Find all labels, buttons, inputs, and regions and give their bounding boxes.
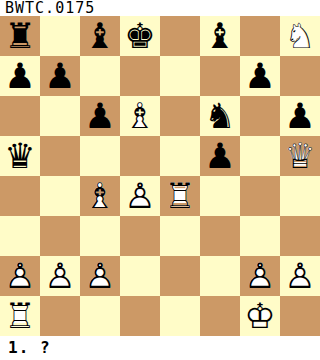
square-c2[interactable]: ♟♙ [80, 256, 120, 296]
piece-white-pawn: ♙ [240, 256, 280, 296]
square-d3[interactable] [120, 216, 160, 256]
square-e4[interactable]: ♜♖ [160, 176, 200, 216]
square-d2[interactable] [120, 256, 160, 296]
piece-white-pawn: ♙ [0, 256, 40, 296]
square-d1[interactable] [120, 296, 160, 336]
piece-black-queen: ♛ [0, 136, 40, 176]
piece-white-pawn-fill: ♟ [240, 256, 280, 296]
square-a6[interactable] [0, 96, 40, 136]
square-d4[interactable]: ♟♙ [120, 176, 160, 216]
square-e6[interactable] [160, 96, 200, 136]
square-a4[interactable] [0, 176, 40, 216]
piece-white-pawn: ♙ [40, 256, 80, 296]
square-c3[interactable] [80, 216, 120, 256]
piece-white-pawn-fill: ♟ [80, 256, 120, 296]
square-b8[interactable] [40, 16, 80, 56]
square-b6[interactable] [40, 96, 80, 136]
square-e3[interactable] [160, 216, 200, 256]
square-h6[interactable]: ♟ [280, 96, 320, 136]
square-a8[interactable]: ♜ [0, 16, 40, 56]
square-h1[interactable] [280, 296, 320, 336]
square-g7[interactable]: ♟ [240, 56, 280, 96]
square-e8[interactable] [160, 16, 200, 56]
square-d8[interactable]: ♚ [120, 16, 160, 56]
square-e7[interactable] [160, 56, 200, 96]
piece-black-bishop: ♝ [80, 16, 120, 56]
piece-white-rook-fill: ♜ [0, 296, 40, 336]
chess-board: ♜♝♚♝♞♘♟♟♟♟♝♗♞♟♛♟♛♕♝♗♟♙♜♖♟♙♟♙♟♙♟♙♟♙♜♖♚♔ [0, 16, 320, 336]
square-b4[interactable] [40, 176, 80, 216]
square-h8[interactable]: ♞♘ [280, 16, 320, 56]
square-d5[interactable] [120, 136, 160, 176]
piece-white-pawn: ♙ [120, 176, 160, 216]
piece-white-bishop: ♗ [120, 96, 160, 136]
piece-black-knight: ♞ [200, 96, 240, 136]
square-f7[interactable] [200, 56, 240, 96]
piece-white-queen-fill: ♛ [280, 136, 320, 176]
square-h5[interactable]: ♛♕ [280, 136, 320, 176]
square-b3[interactable] [40, 216, 80, 256]
piece-black-rook: ♜ [0, 16, 40, 56]
square-c1[interactable] [80, 296, 120, 336]
square-g4[interactable] [240, 176, 280, 216]
square-f4[interactable] [200, 176, 240, 216]
square-g3[interactable] [240, 216, 280, 256]
piece-white-king: ♔ [240, 296, 280, 336]
piece-black-pawn: ♟ [280, 96, 320, 136]
square-g5[interactable] [240, 136, 280, 176]
piece-white-bishop: ♗ [80, 176, 120, 216]
piece-white-pawn: ♙ [280, 256, 320, 296]
square-a3[interactable] [0, 216, 40, 256]
piece-white-knight-fill: ♞ [280, 16, 320, 56]
square-c8[interactable]: ♝ [80, 16, 120, 56]
square-e1[interactable] [160, 296, 200, 336]
square-f1[interactable] [200, 296, 240, 336]
piece-white-bishop-fill: ♝ [80, 176, 120, 216]
square-a7[interactable]: ♟ [0, 56, 40, 96]
square-b5[interactable] [40, 136, 80, 176]
square-c7[interactable] [80, 56, 120, 96]
piece-white-bishop-fill: ♝ [120, 96, 160, 136]
piece-white-knight: ♘ [280, 16, 320, 56]
square-h3[interactable] [280, 216, 320, 256]
square-d7[interactable] [120, 56, 160, 96]
move-prompt: 1. ? [0, 336, 320, 360]
square-h7[interactable] [280, 56, 320, 96]
square-e2[interactable] [160, 256, 200, 296]
square-f3[interactable] [200, 216, 240, 256]
piece-white-pawn-fill: ♟ [40, 256, 80, 296]
piece-white-king-fill: ♚ [240, 296, 280, 336]
piece-white-pawn-fill: ♟ [120, 176, 160, 216]
square-h4[interactable] [280, 176, 320, 216]
chess-diagram-window: BWTC.0175 ♜♝♚♝♞♘♟♟♟♟♝♗♞♟♛♟♛♕♝♗♟♙♜♖♟♙♟♙♟♙… [0, 0, 320, 360]
square-g6[interactable] [240, 96, 280, 136]
piece-black-pawn: ♟ [80, 96, 120, 136]
square-b1[interactable] [40, 296, 80, 336]
square-g2[interactable]: ♟♙ [240, 256, 280, 296]
square-c5[interactable] [80, 136, 120, 176]
square-a2[interactable]: ♟♙ [0, 256, 40, 296]
piece-white-rook: ♖ [160, 176, 200, 216]
square-g8[interactable] [240, 16, 280, 56]
square-b2[interactable]: ♟♙ [40, 256, 80, 296]
piece-white-pawn: ♙ [80, 256, 120, 296]
square-f5[interactable]: ♟ [200, 136, 240, 176]
piece-black-pawn: ♟ [0, 56, 40, 96]
piece-white-pawn-fill: ♟ [0, 256, 40, 296]
square-b7[interactable]: ♟ [40, 56, 80, 96]
piece-white-rook: ♖ [0, 296, 40, 336]
piece-white-queen: ♕ [280, 136, 320, 176]
piece-black-pawn: ♟ [40, 56, 80, 96]
piece-black-pawn: ♟ [200, 136, 240, 176]
piece-white-pawn-fill: ♟ [280, 256, 320, 296]
square-h2[interactable]: ♟♙ [280, 256, 320, 296]
square-f6[interactable]: ♞ [200, 96, 240, 136]
square-g1[interactable]: ♚♔ [240, 296, 280, 336]
piece-white-rook-fill: ♜ [160, 176, 200, 216]
square-c6[interactable]: ♟ [80, 96, 120, 136]
piece-black-king: ♚ [120, 16, 160, 56]
piece-black-bishop: ♝ [200, 16, 240, 56]
square-c4[interactable]: ♝♗ [80, 176, 120, 216]
square-e5[interactable] [160, 136, 200, 176]
puzzle-id-header: BWTC.0175 [0, 0, 320, 16]
square-d6[interactable]: ♝♗ [120, 96, 160, 136]
square-a1[interactable]: ♜♖ [0, 296, 40, 336]
square-a5[interactable]: ♛ [0, 136, 40, 176]
square-f8[interactable]: ♝ [200, 16, 240, 56]
piece-black-pawn: ♟ [240, 56, 280, 96]
square-f2[interactable] [200, 256, 240, 296]
